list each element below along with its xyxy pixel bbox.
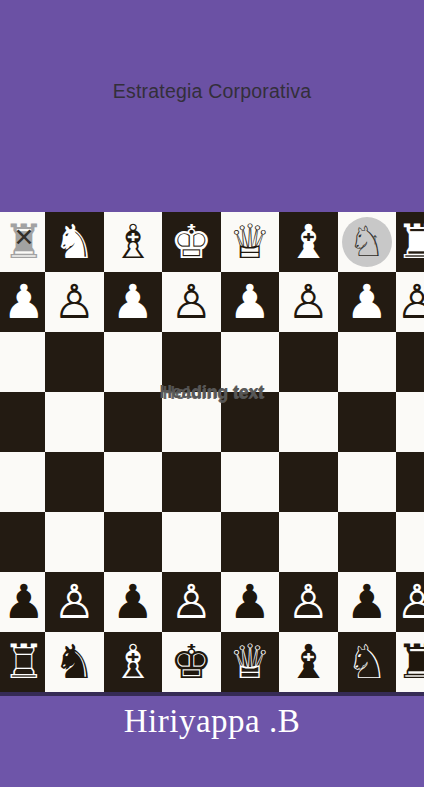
board-square: ♙ bbox=[162, 272, 221, 332]
board-square bbox=[279, 512, 338, 572]
black-pawn-piece: ♙ bbox=[287, 572, 329, 632]
board-square bbox=[279, 452, 338, 512]
board-square bbox=[338, 452, 397, 512]
board-square bbox=[162, 512, 221, 572]
board-square: ♚ bbox=[162, 632, 221, 692]
board-square: ♕ bbox=[221, 632, 280, 692]
black-pawn-piece: ♙ bbox=[170, 572, 212, 632]
knight-upgrade-icon: ♘↑ bbox=[342, 217, 392, 267]
black-pawn-piece: ♙ bbox=[396, 572, 424, 632]
board-square: ♚ bbox=[162, 212, 221, 272]
board-square: ♜ bbox=[396, 212, 424, 272]
white-knight-piece: ♞ bbox=[53, 212, 95, 272]
black-pawn-piece: ♟ bbox=[229, 572, 271, 632]
white-pawn-piece: ♙ bbox=[53, 272, 95, 332]
black-pawn-piece: ♟ bbox=[3, 572, 45, 632]
broken-image-rook-icon: ♜✕ bbox=[3, 212, 45, 272]
board-square bbox=[162, 452, 221, 512]
board-square: ♞ bbox=[45, 212, 104, 272]
black-king-piece: ♚ bbox=[170, 632, 212, 692]
board-square bbox=[396, 512, 424, 572]
board-square bbox=[221, 512, 280, 572]
x-mark-icon: ✕ bbox=[13, 225, 34, 250]
black-pawn-piece: ♙ bbox=[53, 572, 95, 632]
board-square: ♘ bbox=[338, 632, 397, 692]
board-square: ♙ bbox=[45, 572, 104, 632]
white-pawn-piece: ♟ bbox=[3, 272, 45, 332]
white-bishop-piece: ♗ bbox=[112, 212, 154, 272]
board-square: ♟ bbox=[221, 272, 280, 332]
book-title: Estrategia Corporativa bbox=[0, 80, 424, 103]
board-square: ♟ bbox=[0, 272, 45, 332]
board-square: ♟ bbox=[104, 272, 163, 332]
board-square: ♙ bbox=[396, 572, 424, 632]
white-king-piece: ♚ bbox=[170, 212, 212, 272]
white-pawn-piece: ♙ bbox=[170, 272, 212, 332]
board-square: ♜✕ bbox=[0, 212, 45, 272]
board-square: ♙ bbox=[45, 272, 104, 332]
white-pawn-piece: ♟ bbox=[112, 272, 154, 332]
board-square bbox=[0, 512, 45, 572]
board-square: ♙ bbox=[396, 272, 424, 332]
board-square: ♙ bbox=[279, 272, 338, 332]
board-square bbox=[45, 512, 104, 572]
black-knight-piece: ♞ bbox=[53, 632, 95, 692]
board-square: ♗ bbox=[104, 632, 163, 692]
board-square: ♙ bbox=[279, 572, 338, 632]
board-square bbox=[104, 452, 163, 512]
board-square bbox=[45, 452, 104, 512]
board-square: ♝ bbox=[279, 632, 338, 692]
black-knight-piece: ♘ bbox=[346, 632, 388, 692]
board-square: ♟ bbox=[0, 572, 45, 632]
chess-board: ♜✕♞♗♚♕♝♘↑♜♟♙♟♙♟♙♟♙♟♙♟♙♟♙♟♙♖♞♗♚♕♝♘♜ bbox=[0, 212, 424, 692]
white-pawn-piece: ♙ bbox=[396, 272, 424, 332]
board-square: ♟ bbox=[338, 572, 397, 632]
white-queen-piece: ♕ bbox=[229, 212, 271, 272]
board-square bbox=[338, 512, 397, 572]
book-cover: Estrategia Corporativa ♜✕♞♗♚♕♝♘↑♜♟♙♟♙♟♙♟… bbox=[0, 0, 424, 787]
board-square: ♕ bbox=[221, 212, 280, 272]
black-pawn-piece: ♟ bbox=[112, 572, 154, 632]
board-square: ♝ bbox=[279, 212, 338, 272]
board-square: ♟ bbox=[104, 572, 163, 632]
outlined-knight-glyph: ♘ bbox=[348, 221, 386, 263]
black-pawn-piece: ♟ bbox=[346, 572, 388, 632]
board-square: ♞ bbox=[45, 632, 104, 692]
white-bishop-piece: ♝ bbox=[287, 212, 329, 272]
board-square bbox=[0, 452, 45, 512]
placeholder-holding-text: Holding text bbox=[162, 383, 263, 404]
black-rook-piece: ♖ bbox=[3, 632, 45, 692]
board-square: ♘↑ bbox=[338, 212, 397, 272]
board-square: ♙ bbox=[162, 572, 221, 632]
board-square bbox=[396, 452, 424, 512]
up-arrow-icon: ↑ bbox=[371, 231, 379, 247]
white-pawn-piece: ♟ bbox=[229, 272, 271, 332]
placeholder-heading: Heading text Holding text bbox=[0, 382, 424, 403]
black-bishop-piece: ♝ bbox=[287, 632, 329, 692]
board-square bbox=[104, 512, 163, 572]
board-square: ♟ bbox=[221, 572, 280, 632]
white-pawn-piece: ♟ bbox=[346, 272, 388, 332]
board-square: ♖ bbox=[0, 632, 45, 692]
white-pawn-piece: ♙ bbox=[287, 272, 329, 332]
author-name: Hiriyappa .B bbox=[0, 703, 424, 740]
black-rook-piece: ♜ bbox=[396, 632, 424, 692]
white-rook-piece: ♜ bbox=[396, 212, 424, 272]
board-square: ♜ bbox=[396, 632, 424, 692]
board-square bbox=[221, 452, 280, 512]
black-queen-piece: ♕ bbox=[229, 632, 271, 692]
author-strip: Hiriyappa .B bbox=[0, 696, 424, 787]
black-bishop-piece: ♗ bbox=[112, 632, 154, 692]
board-square: ♗ bbox=[104, 212, 163, 272]
board-square: ♟ bbox=[338, 272, 397, 332]
